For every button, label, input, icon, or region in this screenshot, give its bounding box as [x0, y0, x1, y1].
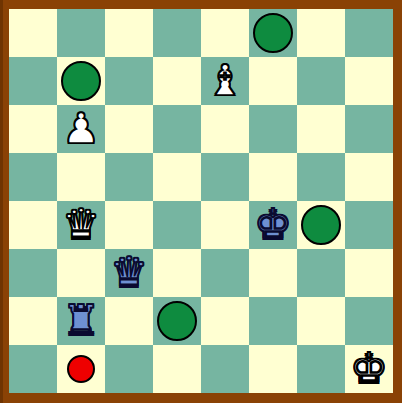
square-a4[interactable] — [9, 201, 57, 249]
black-rook[interactable]: ♜ — [57, 297, 105, 345]
square-b3[interactable] — [57, 249, 105, 297]
square-a3[interactable] — [9, 249, 57, 297]
square-f7[interactable] — [249, 57, 297, 105]
square-a1[interactable] — [9, 345, 57, 393]
white-king[interactable]: ♚ — [345, 345, 393, 393]
square-g3[interactable] — [297, 249, 345, 297]
square-e5[interactable] — [201, 153, 249, 201]
white-pawn[interactable]: ♟ — [57, 105, 105, 153]
square-f6[interactable] — [249, 105, 297, 153]
square-f5[interactable] — [249, 153, 297, 201]
square-h6[interactable] — [345, 105, 393, 153]
square-a2[interactable] — [9, 297, 57, 345]
square-c4[interactable] — [105, 201, 153, 249]
square-c2[interactable] — [105, 297, 153, 345]
square-e8[interactable] — [201, 9, 249, 57]
black-queen[interactable]: ♛ — [105, 249, 153, 297]
square-b4[interactable]: ♛ — [57, 201, 105, 249]
square-d8[interactable] — [153, 9, 201, 57]
square-c3[interactable]: ♛ — [105, 249, 153, 297]
square-c8[interactable] — [105, 9, 153, 57]
square-g6[interactable] — [297, 105, 345, 153]
square-h3[interactable] — [345, 249, 393, 297]
square-e3[interactable] — [201, 249, 249, 297]
square-b7[interactable] — [57, 57, 105, 105]
square-h8[interactable] — [345, 9, 393, 57]
square-g7[interactable] — [297, 57, 345, 105]
square-c1[interactable] — [105, 345, 153, 393]
black-king[interactable]: ♚ — [249, 201, 297, 249]
square-b6[interactable]: ♟ — [57, 105, 105, 153]
red-circle-marker — [67, 355, 95, 383]
square-e4[interactable] — [201, 201, 249, 249]
square-f3[interactable] — [249, 249, 297, 297]
square-g2[interactable] — [297, 297, 345, 345]
square-f1[interactable] — [249, 345, 297, 393]
green-circle-marker — [301, 205, 341, 245]
square-d5[interactable] — [153, 153, 201, 201]
square-b8[interactable] — [57, 9, 105, 57]
square-h5[interactable] — [345, 153, 393, 201]
square-c7[interactable] — [105, 57, 153, 105]
square-d3[interactable] — [153, 249, 201, 297]
square-f8[interactable] — [249, 9, 297, 57]
square-e1[interactable] — [201, 345, 249, 393]
square-d7[interactable] — [153, 57, 201, 105]
chess-board: ♝♟♛♚♛♜♚ — [9, 9, 393, 393]
square-a5[interactable] — [9, 153, 57, 201]
square-d4[interactable] — [153, 201, 201, 249]
square-f2[interactable] — [249, 297, 297, 345]
square-g8[interactable] — [297, 9, 345, 57]
square-d1[interactable] — [153, 345, 201, 393]
square-h1[interactable]: ♚ — [345, 345, 393, 393]
square-a8[interactable] — [9, 9, 57, 57]
square-d2[interactable] — [153, 297, 201, 345]
square-b1[interactable] — [57, 345, 105, 393]
square-g1[interactable] — [297, 345, 345, 393]
square-a6[interactable] — [9, 105, 57, 153]
white-bishop[interactable]: ♝ — [201, 57, 249, 105]
square-b2[interactable]: ♜ — [57, 297, 105, 345]
square-e2[interactable] — [201, 297, 249, 345]
square-g5[interactable] — [297, 153, 345, 201]
square-e6[interactable] — [201, 105, 249, 153]
board-frame: ♝♟♛♚♛♜♚ — [0, 0, 402, 403]
square-c5[interactable] — [105, 153, 153, 201]
square-h4[interactable] — [345, 201, 393, 249]
square-e7[interactable]: ♝ — [201, 57, 249, 105]
square-f4[interactable]: ♚ — [249, 201, 297, 249]
green-circle-marker — [157, 301, 197, 341]
square-h7[interactable] — [345, 57, 393, 105]
square-d6[interactable] — [153, 105, 201, 153]
square-g4[interactable] — [297, 201, 345, 249]
square-b5[interactable] — [57, 153, 105, 201]
square-c6[interactable] — [105, 105, 153, 153]
white-queen[interactable]: ♛ — [57, 201, 105, 249]
green-circle-marker — [61, 61, 101, 101]
green-circle-marker — [253, 13, 293, 53]
square-a7[interactable] — [9, 57, 57, 105]
square-h2[interactable] — [345, 297, 393, 345]
